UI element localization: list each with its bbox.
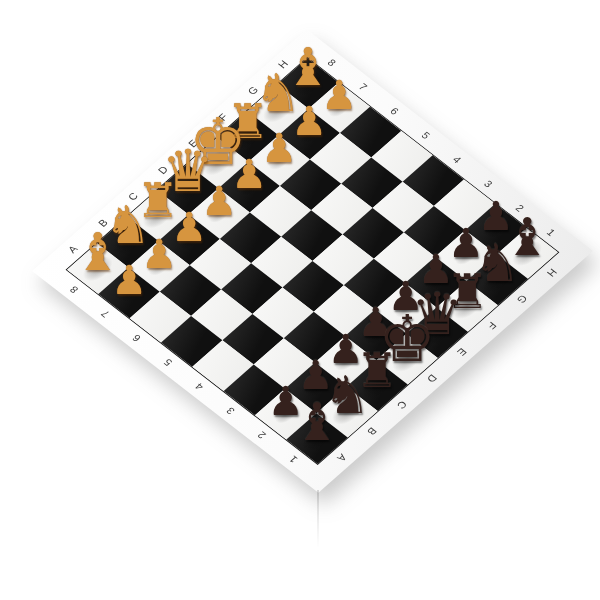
file-label-bottom-F: F <box>485 320 498 331</box>
bishop-glyph: ♝ <box>294 396 341 448</box>
file-label-bottom-B: B <box>365 426 378 437</box>
rank-label-left-6: 6 <box>131 333 143 343</box>
rank-label-left-7: 7 <box>99 308 111 318</box>
chessboard-3d: ♝♞♜♛♚♜♞♝♟♟♟♟♟♟♟♟♟♟♟♟♟♟♟♟♝♞♜♚♛♜♞♝ AA88BB7… <box>32 29 593 493</box>
rank-label-left-3: 3 <box>225 406 237 416</box>
file-label-bottom-H: H <box>545 267 559 278</box>
file-label-bottom-A: A <box>335 452 348 463</box>
rank-label-left-5: 5 <box>162 357 174 367</box>
pawn-glyph: ♟ <box>111 260 147 300</box>
rank-label-right-7: 7 <box>357 82 369 92</box>
chessboard: ♝♞♜♛♚♜♞♝♟♟♟♟♟♟♟♟♟♟♟♟♟♟♟♟♝♞♜♚♛♜♞♝ AA88BB7… <box>0 0 600 600</box>
file-label-bottom-G: G <box>515 293 529 305</box>
playing-area: ♝♞♜♛♚♜♞♝♟♟♟♟♟♟♟♟♟♟♟♟♟♟♟♟♝♞♜♚♛♜♞♝ <box>67 58 558 464</box>
rank-label-right-4: 4 <box>451 155 463 165</box>
photo-canvas: ♝♞♜♛♚♜♞♝♟♟♟♟♟♟♟♟♟♟♟♟♟♟♟♟♝♞♜♚♛♜♞♝ AA88BB7… <box>0 0 600 600</box>
rank-label-right-5: 5 <box>419 130 431 140</box>
rank-label-right-6: 6 <box>388 106 400 116</box>
mat-fold-crease <box>317 490 319 548</box>
rank-label-left-8: 8 <box>68 284 80 294</box>
rank-label-left-1: 1 <box>287 454 299 464</box>
rank-label-left-4: 4 <box>193 381 205 391</box>
rank-label-left-2: 2 <box>256 430 268 440</box>
file-label-bottom-C: C <box>395 399 409 410</box>
rank-label-right-3: 3 <box>482 179 494 189</box>
